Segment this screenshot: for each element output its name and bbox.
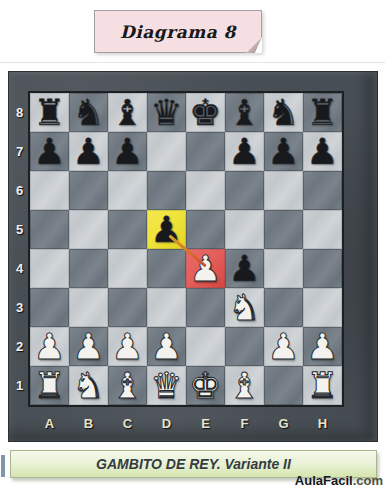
square-d4[interactable] — [147, 249, 186, 288]
piece-wP-e4[interactable]: ♟ — [189, 249, 221, 288]
square-g7[interactable]: ♟ — [264, 132, 303, 171]
square-f2[interactable] — [225, 327, 264, 366]
square-g3[interactable] — [264, 288, 303, 327]
square-d3[interactable] — [147, 288, 186, 327]
square-g8[interactable]: ♞ — [264, 93, 303, 132]
piece-bQ-d8[interactable]: ♛ — [150, 93, 182, 132]
file-labels: ABCDEFGH — [30, 405, 342, 442]
square-e5[interactable] — [186, 210, 225, 249]
square-a3[interactable] — [30, 288, 69, 327]
square-d2[interactable]: ♟ — [147, 327, 186, 366]
file-label-E: E — [186, 405, 225, 442]
square-a5[interactable] — [30, 210, 69, 249]
rank-label-7: 7 — [9, 132, 30, 171]
piece-wK-e1[interactable]: ♚ — [189, 366, 221, 405]
site-logo: AulaFacil.com — [295, 473, 383, 488]
rank-label-3: 3 — [9, 288, 30, 327]
square-h2[interactable]: ♟ — [303, 327, 342, 366]
square-f5[interactable] — [225, 210, 264, 249]
piece-bP-f4[interactable]: ♟ — [228, 249, 260, 288]
piece-bP-d5[interactable]: ♟ — [150, 210, 182, 249]
square-b1[interactable]: ♞ — [69, 366, 108, 405]
square-c7[interactable]: ♟ — [108, 132, 147, 171]
square-h4[interactable] — [303, 249, 342, 288]
square-h3[interactable] — [303, 288, 342, 327]
square-b8[interactable]: ♞ — [69, 93, 108, 132]
square-h5[interactable] — [303, 210, 342, 249]
square-b7[interactable]: ♟ — [69, 132, 108, 171]
piece-wP-h2[interactable]: ♟ — [306, 327, 338, 366]
square-h7[interactable]: ♟ — [303, 132, 342, 171]
rank-label-6: 6 — [9, 171, 30, 210]
piece-bR-h8[interactable]: ♜ — [306, 93, 338, 132]
piece-wB-c1[interactable]: ♝ — [111, 366, 143, 405]
piece-bP-f7[interactable]: ♟ — [228, 132, 260, 171]
piece-wN-f3[interactable]: ♞ — [228, 288, 260, 327]
square-c4[interactable] — [108, 249, 147, 288]
piece-wR-a1[interactable]: ♜ — [33, 366, 65, 405]
piece-bP-a7[interactable]: ♟ — [33, 132, 65, 171]
file-label-F: F — [225, 405, 264, 442]
square-f3[interactable]: ♞ — [225, 288, 264, 327]
piece-bP-c7[interactable]: ♟ — [111, 132, 143, 171]
square-b3[interactable] — [69, 288, 108, 327]
piece-bK-e8[interactable]: ♚ — [189, 93, 221, 132]
square-d5[interactable]: ♟ — [147, 210, 186, 249]
square-g2[interactable]: ♟ — [264, 327, 303, 366]
chess-board-frame: 87654321 ♜♞♝♛♚♝♞♜♟♟♟♟♟♟♟♟♟♞♟♟♟♟♟♟♜♞♝♛♚♝♜… — [8, 71, 378, 442]
rank-label-2: 2 — [9, 327, 30, 366]
square-a1[interactable]: ♜ — [30, 366, 69, 405]
square-e2[interactable] — [186, 327, 225, 366]
site-logo-name: AulaFacil — [295, 473, 353, 488]
square-b6[interactable] — [69, 171, 108, 210]
square-c8[interactable]: ♝ — [108, 93, 147, 132]
piece-bB-f8[interactable]: ♝ — [228, 93, 260, 132]
square-h1[interactable]: ♜ — [303, 366, 342, 405]
square-g5[interactable] — [264, 210, 303, 249]
square-d1[interactable]: ♛ — [147, 366, 186, 405]
square-a4[interactable] — [30, 249, 69, 288]
file-label-B: B — [69, 405, 108, 442]
piece-bR-a8[interactable]: ♜ — [33, 93, 65, 132]
square-c1[interactable]: ♝ — [108, 366, 147, 405]
square-b2[interactable]: ♟ — [69, 327, 108, 366]
piece-bP-h7[interactable]: ♟ — [306, 132, 338, 171]
square-e6[interactable] — [186, 171, 225, 210]
board-grid: ♜♞♝♛♚♝♞♜♟♟♟♟♟♟♟♟♟♞♟♟♟♟♟♟♜♞♝♛♚♝♜ — [30, 93, 342, 405]
square-g4[interactable] — [264, 249, 303, 288]
file-label-C: C — [108, 405, 147, 442]
site-logo-tld: .com — [353, 473, 383, 488]
square-f4[interactable]: ♟ — [225, 249, 264, 288]
piece-wR-h1[interactable]: ♜ — [306, 366, 338, 405]
rank-label-8: 8 — [9, 93, 30, 132]
piece-bB-c8[interactable]: ♝ — [111, 93, 143, 132]
square-c3[interactable] — [108, 288, 147, 327]
square-e3[interactable] — [186, 288, 225, 327]
piece-bP-g7[interactable]: ♟ — [267, 132, 299, 171]
piece-wP-d2[interactable]: ♟ — [150, 327, 182, 366]
piece-wP-a2[interactable]: ♟ — [33, 327, 65, 366]
square-f6[interactable] — [225, 171, 264, 210]
square-b5[interactable] — [69, 210, 108, 249]
square-f7[interactable]: ♟ — [225, 132, 264, 171]
file-label-H: H — [303, 405, 342, 442]
rank-label-5: 5 — [9, 210, 30, 249]
square-d8[interactable]: ♛ — [147, 93, 186, 132]
piece-wN-b1[interactable]: ♞ — [72, 366, 104, 405]
square-h8[interactable]: ♜ — [303, 93, 342, 132]
diagram-title-box: Diagrama 8 — [94, 10, 262, 53]
square-e4[interactable]: ♟ — [186, 249, 225, 288]
left-margin-mark — [1, 455, 5, 477]
piece-wP-b2[interactable]: ♟ — [72, 327, 104, 366]
square-d6[interactable] — [147, 171, 186, 210]
square-c6[interactable] — [108, 171, 147, 210]
rank-label-4: 4 — [9, 249, 30, 288]
square-a7[interactable]: ♟ — [30, 132, 69, 171]
square-c2[interactable]: ♟ — [108, 327, 147, 366]
rank-labels: 87654321 — [9, 93, 30, 405]
square-g1[interactable] — [264, 366, 303, 405]
piece-wP-c2[interactable]: ♟ — [111, 327, 143, 366]
square-g6[interactable] — [264, 171, 303, 210]
piece-wB-f1[interactable]: ♝ — [228, 366, 260, 405]
square-h6[interactable] — [303, 171, 342, 210]
piece-wQ-d1[interactable]: ♛ — [150, 366, 182, 405]
square-f8[interactable]: ♝ — [225, 93, 264, 132]
piece-bN-g8[interactable]: ♞ — [267, 93, 299, 132]
file-label-A: A — [30, 405, 69, 442]
square-b4[interactable] — [69, 249, 108, 288]
square-c5[interactable] — [108, 210, 147, 249]
caption-text: GAMBITO DE REY. Variante II — [96, 456, 291, 472]
square-a2[interactable]: ♟ — [30, 327, 69, 366]
square-a6[interactable] — [30, 171, 69, 210]
square-e8[interactable]: ♚ — [186, 93, 225, 132]
square-e1[interactable]: ♚ — [186, 366, 225, 405]
square-a8[interactable]: ♜ — [30, 93, 69, 132]
piece-wP-g2[interactable]: ♟ — [267, 327, 299, 366]
square-d7[interactable] — [147, 132, 186, 171]
piece-bN-b8[interactable]: ♞ — [72, 93, 104, 132]
diagram-title: Diagrama 8 — [120, 22, 236, 42]
header-divider — [0, 62, 385, 63]
piece-bP-b7[interactable]: ♟ — [72, 132, 104, 171]
file-label-G: G — [264, 405, 303, 442]
rank-label-1: 1 — [9, 366, 30, 405]
file-label-D: D — [147, 405, 186, 442]
square-e7[interactable] — [186, 132, 225, 171]
square-f1[interactable]: ♝ — [225, 366, 264, 405]
